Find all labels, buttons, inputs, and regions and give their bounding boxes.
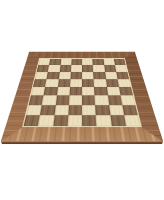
square-d2 — [68, 105, 82, 115]
square-c4 — [56, 87, 69, 96]
square-e2 — [82, 105, 96, 115]
square-d5 — [70, 79, 82, 87]
square-e6 — [82, 72, 94, 79]
square-h7 — [115, 65, 128, 72]
square-e7 — [82, 65, 93, 72]
square-d4 — [69, 87, 82, 96]
square-c5 — [58, 79, 71, 87]
square-b4 — [44, 87, 58, 96]
square-c7 — [59, 65, 71, 72]
square-h5 — [117, 79, 131, 87]
square-h6 — [116, 72, 129, 79]
board-front-edge — [1, 141, 163, 144]
square-h3 — [120, 96, 135, 105]
square-d3 — [69, 96, 82, 105]
square-f2 — [95, 105, 110, 115]
square-b5 — [45, 79, 58, 87]
square-f4 — [94, 87, 107, 96]
square-c2 — [54, 105, 69, 115]
chessboard — [1, 52, 163, 142]
product-photo — [0, 0, 164, 200]
square-c3 — [55, 96, 69, 105]
square-d6 — [70, 72, 82, 79]
square-b2 — [40, 105, 55, 115]
square-d1 — [67, 115, 82, 126]
board-field — [22, 58, 142, 127]
square-f1 — [96, 115, 111, 126]
square-f6 — [93, 72, 105, 79]
square-g4 — [107, 87, 121, 96]
square-a1 — [24, 115, 41, 126]
board-scene — [18, 23, 146, 151]
board-frame — [1, 52, 163, 142]
square-e5 — [82, 79, 94, 87]
square-b6 — [47, 72, 60, 79]
board-frame-far-rail — [27, 52, 137, 59]
square-f5 — [94, 79, 107, 87]
square-a2 — [26, 105, 42, 115]
square-a4 — [31, 87, 45, 96]
square-c6 — [58, 72, 70, 79]
square-h4 — [119, 87, 133, 96]
square-d7 — [71, 65, 82, 72]
square-e3 — [82, 96, 95, 105]
square-h1 — [124, 115, 141, 126]
board-frame-left-rail — [1, 52, 41, 142]
square-a3 — [29, 96, 44, 105]
square-b1 — [38, 115, 54, 126]
square-e1 — [82, 115, 97, 126]
square-g2 — [109, 105, 124, 115]
square-c1 — [53, 115, 68, 126]
board-frame-right-rail — [123, 52, 163, 142]
square-b3 — [42, 96, 56, 105]
square-g1 — [110, 115, 126, 126]
square-e4 — [82, 87, 95, 96]
square-g3 — [108, 96, 122, 105]
square-h2 — [122, 105, 138, 115]
square-f3 — [95, 96, 109, 105]
square-b7 — [48, 65, 60, 72]
board-frame-near-rail — [1, 127, 163, 141]
square-f7 — [93, 65, 105, 72]
